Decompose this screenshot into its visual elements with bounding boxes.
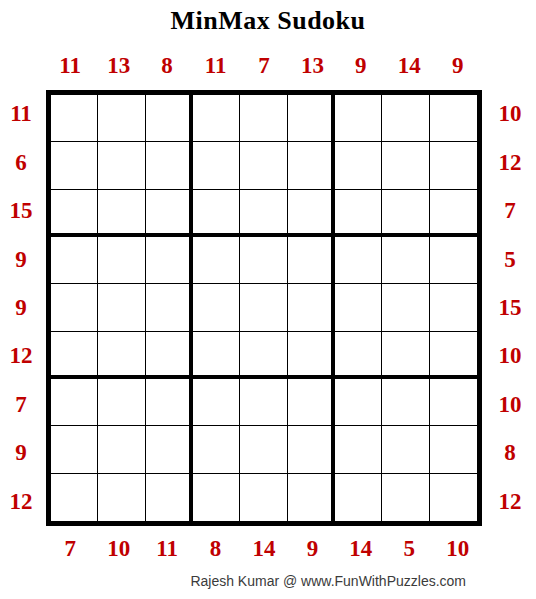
cell-r8c9[interactable] xyxy=(430,426,477,473)
clue-left-2: 6 xyxy=(0,138,42,186)
cell-r5c9[interactable] xyxy=(430,284,477,331)
clue-bottom-6: 9 xyxy=(288,532,336,566)
cell-r6c2[interactable] xyxy=(98,332,145,379)
cell-r1c9[interactable] xyxy=(430,95,477,142)
cell-r4c2[interactable] xyxy=(98,237,145,284)
cell-r4c9[interactable] xyxy=(430,237,477,284)
cell-r5c4[interactable] xyxy=(193,284,240,331)
clue-bottom-7: 14 xyxy=(337,532,385,566)
cell-r7c2[interactable] xyxy=(98,379,145,426)
cell-r5c2[interactable] xyxy=(98,284,145,331)
cell-r4c8[interactable] xyxy=(382,237,429,284)
cell-r7c1[interactable] xyxy=(51,379,98,426)
clue-right-6: 10 xyxy=(488,332,532,380)
cell-r2c3[interactable] xyxy=(146,142,193,189)
cell-r4c6[interactable] xyxy=(288,237,335,284)
cell-r7c6[interactable] xyxy=(288,379,335,426)
clue-right-3: 7 xyxy=(488,187,532,235)
cell-r1c1[interactable] xyxy=(51,95,98,142)
cell-r6c3[interactable] xyxy=(146,332,193,379)
cell-r6c6[interactable] xyxy=(288,332,335,379)
cell-r4c1[interactable] xyxy=(51,237,98,284)
cell-r8c3[interactable] xyxy=(146,426,193,473)
clue-left-8: 9 xyxy=(0,429,42,477)
clue-right-8: 8 xyxy=(488,429,532,477)
clue-top-4: 11 xyxy=(191,50,239,82)
clues-bottom: 71011814914510 xyxy=(46,532,482,566)
cell-r9c4[interactable] xyxy=(193,474,240,521)
cell-r1c3[interactable] xyxy=(146,95,193,142)
cell-r1c6[interactable] xyxy=(288,95,335,142)
clue-bottom-3: 11 xyxy=(143,532,191,566)
cell-r2c5[interactable] xyxy=(240,142,287,189)
cell-r3c9[interactable] xyxy=(430,190,477,237)
cell-r7c5[interactable] xyxy=(240,379,287,426)
cell-r9c8[interactable] xyxy=(382,474,429,521)
cell-r3c3[interactable] xyxy=(146,190,193,237)
cell-r3c2[interactable] xyxy=(98,190,145,237)
cell-r4c4[interactable] xyxy=(193,237,240,284)
credit-line: Rajesh Kumar @ www.FunWithPuzzles.com xyxy=(0,573,466,589)
clues-left: 1161599127912 xyxy=(0,90,42,526)
cell-r9c5[interactable] xyxy=(240,474,287,521)
clue-top-1: 11 xyxy=(46,50,94,82)
clue-top-2: 13 xyxy=(94,50,142,82)
cell-r9c2[interactable] xyxy=(98,474,145,521)
cell-r9c3[interactable] xyxy=(146,474,193,521)
clue-top-7: 9 xyxy=(337,50,385,82)
cell-r5c1[interactable] xyxy=(51,284,98,331)
cell-r4c5[interactable] xyxy=(240,237,287,284)
cell-r3c5[interactable] xyxy=(240,190,287,237)
cell-r2c6[interactable] xyxy=(288,142,335,189)
cell-r6c1[interactable] xyxy=(51,332,98,379)
cell-r8c2[interactable] xyxy=(98,426,145,473)
cell-r9c9[interactable] xyxy=(430,474,477,521)
cell-r6c4[interactable] xyxy=(193,332,240,379)
cell-r5c6[interactable] xyxy=(288,284,335,331)
cell-r5c7[interactable] xyxy=(335,284,382,331)
cell-r6c8[interactable] xyxy=(382,332,429,379)
clue-right-5: 15 xyxy=(488,284,532,332)
cell-r3c6[interactable] xyxy=(288,190,335,237)
clue-right-9: 12 xyxy=(488,478,532,526)
clue-left-7: 7 xyxy=(0,381,42,429)
clue-top-8: 14 xyxy=(385,50,433,82)
clue-right-2: 12 xyxy=(488,138,532,186)
puzzle-page: MinMax Sudoku 11138117139149 11615991279… xyxy=(0,0,536,599)
cell-r1c4[interactable] xyxy=(193,95,240,142)
cell-r6c7[interactable] xyxy=(335,332,382,379)
cell-r8c4[interactable] xyxy=(193,426,240,473)
cell-r2c2[interactable] xyxy=(98,142,145,189)
cell-r1c5[interactable] xyxy=(240,95,287,142)
clue-top-5: 7 xyxy=(240,50,288,82)
cell-r1c2[interactable] xyxy=(98,95,145,142)
cell-r2c9[interactable] xyxy=(430,142,477,189)
cell-r2c8[interactable] xyxy=(382,142,429,189)
clue-bottom-1: 7 xyxy=(46,532,94,566)
clue-bottom-9: 10 xyxy=(434,532,482,566)
sudoku-board xyxy=(46,90,482,526)
clues-top: 11138117139149 xyxy=(46,50,482,82)
cell-r1c8[interactable] xyxy=(382,95,429,142)
cell-r5c5[interactable] xyxy=(240,284,287,331)
cell-r8c7[interactable] xyxy=(335,426,382,473)
clue-left-4: 9 xyxy=(0,235,42,283)
clue-top-3: 8 xyxy=(143,50,191,82)
clue-left-3: 15 xyxy=(0,187,42,235)
clue-bottom-4: 8 xyxy=(191,532,239,566)
clue-bottom-5: 14 xyxy=(240,532,288,566)
cell-r2c4[interactable] xyxy=(193,142,240,189)
cell-r8c8[interactable] xyxy=(382,426,429,473)
cell-r7c3[interactable] xyxy=(146,379,193,426)
cell-r4c3[interactable] xyxy=(146,237,193,284)
cell-r6c9[interactable] xyxy=(430,332,477,379)
clue-top-9: 9 xyxy=(434,50,482,82)
cell-r5c8[interactable] xyxy=(382,284,429,331)
clues-right: 101275151010812 xyxy=(488,90,532,526)
cell-r2c1[interactable] xyxy=(51,142,98,189)
cell-r3c8[interactable] xyxy=(382,190,429,237)
clue-left-5: 9 xyxy=(0,284,42,332)
cell-r9c7[interactable] xyxy=(335,474,382,521)
clue-top-6: 13 xyxy=(288,50,336,82)
cell-r7c9[interactable] xyxy=(430,379,477,426)
clue-right-4: 5 xyxy=(488,235,532,283)
cell-r7c8[interactable] xyxy=(382,379,429,426)
cell-r3c7[interactable] xyxy=(335,190,382,237)
clue-left-6: 12 xyxy=(0,332,42,380)
cell-r8c6[interactable] xyxy=(288,426,335,473)
cell-r7c7[interactable] xyxy=(335,379,382,426)
cell-r6c5[interactable] xyxy=(240,332,287,379)
clue-bottom-8: 5 xyxy=(385,532,433,566)
cell-r7c4[interactable] xyxy=(193,379,240,426)
clue-left-9: 12 xyxy=(0,478,42,526)
clue-bottom-2: 10 xyxy=(94,532,142,566)
cell-r5c3[interactable] xyxy=(146,284,193,331)
clue-left-1: 11 xyxy=(0,90,42,138)
cell-r3c4[interactable] xyxy=(193,190,240,237)
cell-r8c1[interactable] xyxy=(51,426,98,473)
puzzle-title: MinMax Sudoku xyxy=(0,6,536,36)
cell-r4c7[interactable] xyxy=(335,237,382,284)
cell-r9c6[interactable] xyxy=(288,474,335,521)
cell-r3c1[interactable] xyxy=(51,190,98,237)
clue-right-1: 10 xyxy=(488,90,532,138)
cell-r8c5[interactable] xyxy=(240,426,287,473)
cell-r9c1[interactable] xyxy=(51,474,98,521)
cell-r1c7[interactable] xyxy=(335,95,382,142)
cell-r2c7[interactable] xyxy=(335,142,382,189)
clue-right-7: 10 xyxy=(488,381,532,429)
